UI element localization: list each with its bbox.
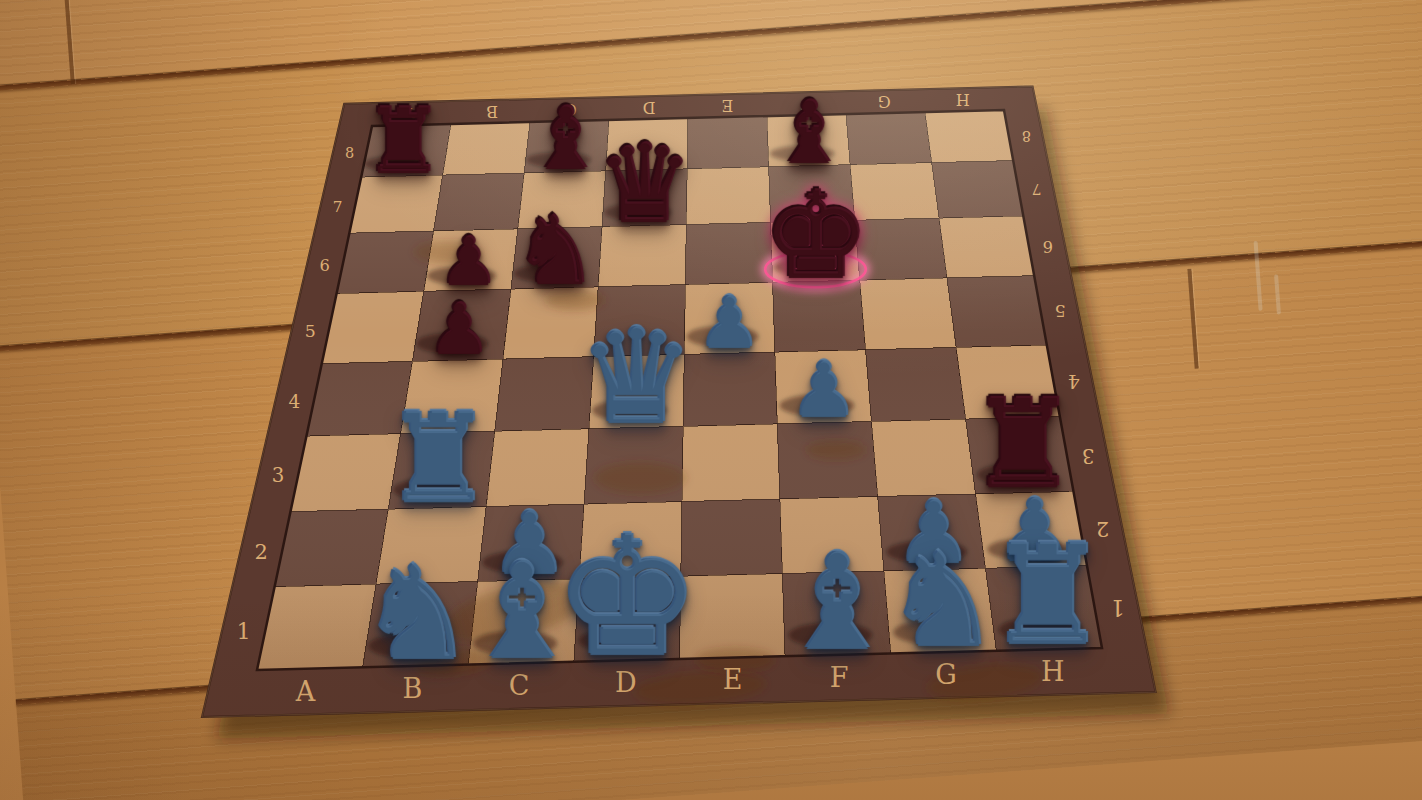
scene: AABBCCDDEEFFGGHH8877665544332211 ♝♝♜♛♚♞♟… bbox=[0, 0, 1422, 800]
rank-label-left-8: 8 bbox=[345, 145, 354, 161]
rook-glyph: ♜ bbox=[363, 95, 444, 185]
rank-label-right-7: 7 bbox=[1032, 180, 1042, 198]
rank-label-right-6: 6 bbox=[1043, 237, 1053, 256]
pawn-glyph: ♟ bbox=[790, 351, 857, 426]
piece-black-rook-a8[interactable]: ♜ bbox=[363, 95, 444, 185]
piece-white-pawn-f4[interactable]: ♟ bbox=[790, 351, 857, 426]
file-label-top-b: B bbox=[486, 102, 498, 121]
knight-glyph: ♞ bbox=[884, 535, 1000, 664]
piece-white-knight-b1[interactable]: ♞ bbox=[359, 548, 475, 677]
piece-white-queen-d4[interactable]: ♛ bbox=[578, 311, 695, 441]
rank-label-right-3: 3 bbox=[1082, 444, 1095, 467]
piece-white-knight-g1[interactable]: ♞ bbox=[884, 535, 1000, 664]
piece-white-bishop-f1[interactable]: ♝ bbox=[778, 535, 896, 667]
queen-glyph: ♛ bbox=[596, 129, 693, 237]
rook-glyph: ♜ bbox=[986, 525, 1109, 662]
rank-label-right-1: 1 bbox=[1111, 595, 1125, 621]
file-label-bottom-e: E bbox=[723, 664, 743, 695]
piece-white-bishop-c1[interactable]: ♝ bbox=[463, 543, 581, 675]
pawn-glyph: ♟ bbox=[428, 293, 491, 363]
file-label-top-g: G bbox=[878, 92, 891, 111]
rank-label-right-8: 8 bbox=[1022, 128, 1031, 144]
piece-white-pawn-e5[interactable]: ♟ bbox=[698, 286, 761, 356]
chess-board: AABBCCDDEEFFGGHH8877665544332211 bbox=[0, 0, 1422, 800]
pawn-glyph: ♟ bbox=[698, 286, 761, 356]
piece-black-bishop-c8[interactable]: ♝ bbox=[527, 94, 604, 180]
king-glyph: ♚ bbox=[762, 174, 870, 294]
bishop-glyph: ♝ bbox=[778, 535, 896, 667]
file-label-top-h: H bbox=[956, 90, 970, 109]
file-label-top-e: E bbox=[722, 96, 734, 115]
rook-glyph: ♜ bbox=[384, 397, 493, 519]
rank-label-left-4: 4 bbox=[288, 391, 300, 412]
rank-label-left-3: 3 bbox=[272, 464, 285, 487]
bishop-glyph: ♝ bbox=[463, 543, 581, 675]
piece-white-rook-b3[interactable]: ♜ bbox=[384, 397, 493, 519]
bishop-glyph: ♝ bbox=[770, 88, 847, 174]
rank-label-left-2: 2 bbox=[255, 539, 268, 564]
rank-label-left-7: 7 bbox=[333, 198, 343, 216]
knight-glyph: ♞ bbox=[513, 202, 598, 297]
pawn-glyph: ♟ bbox=[439, 228, 498, 294]
file-label-bottom-a: A bbox=[295, 676, 316, 707]
rank-label-left-6: 6 bbox=[320, 256, 330, 275]
bishop-glyph: ♝ bbox=[527, 94, 604, 180]
piece-black-bishop-f8[interactable]: ♝ bbox=[770, 88, 847, 174]
piece-black-knight-c6[interactable]: ♞ bbox=[513, 202, 598, 297]
piece-black-pawn-b6[interactable]: ♟ bbox=[439, 228, 498, 294]
rank-label-left-1: 1 bbox=[237, 618, 251, 644]
rank-label-left-5: 5 bbox=[305, 321, 316, 341]
rank-label-right-5: 5 bbox=[1055, 301, 1066, 321]
piece-black-queen-d7[interactable]: ♛ bbox=[596, 129, 693, 237]
app: { "game": "chess", "scene": { "descripti… bbox=[0, 0, 1422, 800]
knight-glyph: ♞ bbox=[359, 548, 475, 677]
piece-black-king-f6[interactable]: ♚ bbox=[762, 174, 870, 294]
piece-white-rook-h1[interactable]: ♜ bbox=[986, 525, 1109, 662]
file-label-top-d: D bbox=[643, 98, 656, 117]
queen-glyph: ♛ bbox=[578, 311, 695, 441]
piece-black-pawn-b5[interactable]: ♟ bbox=[428, 293, 491, 363]
